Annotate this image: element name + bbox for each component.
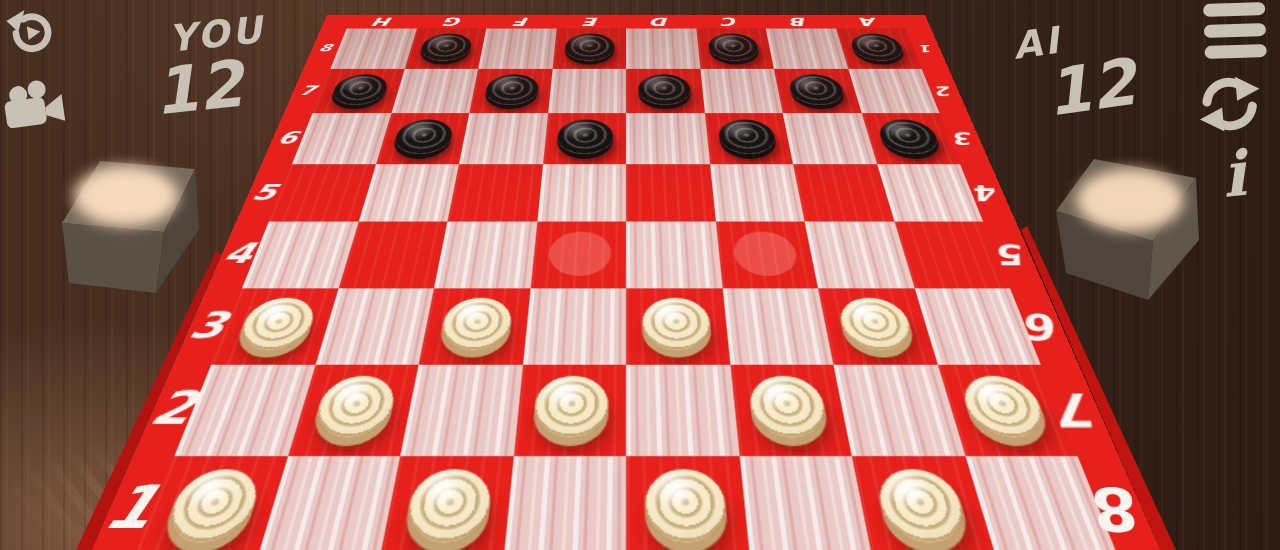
square-f5[interactable] [447, 164, 542, 222]
coordinate-label-B: B [763, 15, 836, 29]
square-e5[interactable] [537, 164, 626, 222]
coordinate-label-D: D [626, 15, 696, 29]
square-h6[interactable] [292, 113, 391, 164]
square-c8[interactable] [696, 29, 774, 69]
coordinate-label-G: G [416, 15, 489, 29]
square-f1[interactable] [379, 455, 514, 550]
square-a6[interactable] [861, 113, 960, 164]
black-piece-e6[interactable] [556, 120, 613, 155]
black-piece-a8[interactable] [848, 34, 907, 61]
square-g4[interactable] [338, 222, 447, 288]
square-h7[interactable] [312, 68, 404, 113]
white-piece-e2[interactable] [532, 376, 609, 438]
black-piece-d7[interactable] [638, 74, 692, 105]
white-piece-h1[interactable] [159, 469, 266, 543]
square-f8[interactable] [478, 29, 556, 69]
black-piece-a6[interactable] [876, 120, 944, 155]
black-piece-b7[interactable] [787, 74, 847, 105]
coordinate-label-A: A [832, 15, 906, 29]
square-g7[interactable] [391, 68, 478, 113]
white-piece-h3[interactable] [233, 298, 320, 351]
black-piece-f7[interactable] [483, 74, 540, 105]
replay-icon[interactable] [1, 1, 63, 66]
square-e4[interactable] [530, 222, 626, 288]
white-piece-c2[interactable] [747, 376, 830, 438]
black-piece-c8[interactable] [707, 34, 760, 61]
square-c2[interactable] [730, 365, 852, 456]
white-piece-f1[interactable] [402, 469, 494, 543]
square-f4[interactable] [434, 222, 537, 288]
square-d7[interactable] [626, 68, 704, 113]
square-e3[interactable] [522, 288, 626, 365]
square-c3[interactable] [722, 288, 833, 365]
rotate-icon[interactable] [1188, 62, 1272, 149]
square-c5[interactable] [709, 164, 804, 222]
square-g6[interactable] [376, 113, 470, 164]
black-piece-g8[interactable] [418, 34, 474, 61]
white-piece-g2[interactable] [310, 376, 400, 438]
square-d4[interactable] [626, 222, 722, 288]
square-f2[interactable] [400, 365, 522, 456]
square-g8[interactable] [404, 29, 486, 69]
square-d1[interactable] [626, 455, 750, 550]
white-piece-f3[interactable] [438, 298, 514, 351]
move-hint-c4[interactable] [731, 232, 800, 276]
square-e7[interactable] [548, 68, 626, 113]
square-b7[interactable] [774, 68, 861, 113]
square-c1[interactable] [739, 455, 874, 550]
player-piece-count: 12 [90, 47, 307, 130]
square-d3[interactable] [626, 288, 730, 365]
white-piece-d3[interactable] [641, 298, 712, 351]
move-hint-e4[interactable] [547, 232, 611, 276]
coordinate-label-C: C [695, 15, 766, 29]
square-b6[interactable] [783, 113, 877, 164]
white-piece-d1[interactable] [644, 469, 729, 543]
player-score-panel: YOU 12 [107, 4, 307, 127]
square-e1[interactable] [502, 455, 626, 550]
square-d5[interactable] [626, 164, 715, 222]
info-icon[interactable]: i [1218, 137, 1249, 212]
black-piece-c6[interactable] [717, 120, 778, 155]
square-e8[interactable] [552, 29, 626, 69]
square-c7[interactable] [700, 68, 783, 113]
right-cube [1056, 159, 1199, 300]
square-d6[interactable] [626, 113, 709, 164]
square-a3[interactable] [914, 288, 1041, 365]
square-d2[interactable] [626, 365, 739, 456]
coordinate-label-E: E [556, 15, 626, 29]
camera-icon[interactable] [0, 76, 68, 138]
coordinate-label-H: H [347, 15, 421, 29]
square-c6[interactable] [704, 113, 793, 164]
square-g5[interactable] [358, 164, 459, 222]
square-f7[interactable] [469, 68, 552, 113]
checkers-app: 87654321 12345678 HGFEDCBA HGFEDCBA YOU … [0, 0, 1280, 550]
square-h8[interactable] [330, 29, 416, 69]
white-piece-b1[interactable] [872, 469, 971, 543]
square-b8[interactable] [766, 29, 848, 69]
square-d8[interactable] [626, 29, 700, 69]
opponent-score-panel: AI 12 [979, 3, 1182, 132]
square-e2[interactable] [513, 365, 626, 456]
square-a5[interactable] [876, 164, 983, 222]
square-c4[interactable] [715, 222, 818, 288]
coordinate-label-F: F [486, 15, 557, 29]
square-a1[interactable] [964, 455, 1120, 550]
square-a4[interactable] [894, 222, 1010, 288]
square-f3[interactable] [419, 288, 530, 365]
white-piece-b3[interactable] [835, 298, 917, 351]
white-piece-a2[interactable] [957, 376, 1053, 438]
black-piece-h7[interactable] [328, 74, 391, 105]
black-piece-e8[interactable] [564, 34, 615, 61]
left-cube [62, 161, 199, 293]
black-piece-g6[interactable] [391, 120, 455, 155]
square-e6[interactable] [543, 113, 626, 164]
square-f6[interactable] [459, 113, 548, 164]
menu-icon[interactable] [1201, 0, 1269, 66]
